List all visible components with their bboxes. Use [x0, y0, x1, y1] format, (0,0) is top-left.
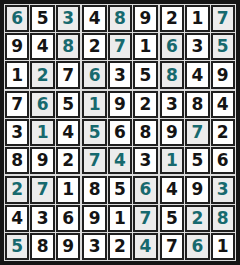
cell-r9c3[interactable]: 9: [56, 233, 80, 260]
cell-r7c6[interactable]: 6: [133, 176, 157, 203]
cell-r2c7[interactable]: 6: [160, 33, 184, 60]
cell-r3c2[interactable]: 2: [30, 61, 54, 88]
cell-r3c1[interactable]: 1: [5, 61, 29, 88]
sudoku-box-3: 217635849: [160, 5, 235, 89]
cell-r7c5[interactable]: 5: [108, 176, 132, 203]
cell-r1c8[interactable]: 1: [185, 5, 209, 32]
cell-r1c5[interactable]: 8: [108, 5, 132, 32]
cell-r9c4[interactable]: 3: [82, 233, 106, 260]
cell-r8c2[interactable]: 3: [30, 205, 54, 232]
cell-r3c6[interactable]: 5: [133, 61, 157, 88]
cell-r7c2[interactable]: 7: [30, 176, 54, 203]
cell-r2c6[interactable]: 1: [133, 33, 157, 60]
cell-r1c2[interactable]: 5: [30, 5, 54, 32]
sudoku-box-9: 493528761: [160, 176, 235, 260]
cell-r5c1[interactable]: 3: [5, 119, 29, 146]
cell-r7c9[interactable]: 3: [211, 176, 235, 203]
cell-r3c3[interactable]: 7: [56, 61, 80, 88]
cell-r9c2[interactable]: 8: [30, 233, 54, 260]
cell-r1c7[interactable]: 2: [160, 5, 184, 32]
cell-r2c2[interactable]: 4: [30, 33, 54, 60]
cell-r1c4[interactable]: 4: [82, 5, 106, 32]
cell-r8c9[interactable]: 8: [211, 205, 235, 232]
cell-r8c4[interactable]: 9: [82, 205, 106, 232]
cell-r8c5[interactable]: 1: [108, 205, 132, 232]
cell-r3c8[interactable]: 4: [185, 61, 209, 88]
cell-r6c6[interactable]: 3: [133, 147, 157, 174]
cell-r8c7[interactable]: 5: [160, 205, 184, 232]
cell-r8c1[interactable]: 4: [5, 205, 29, 232]
cell-r7c4[interactable]: 8: [82, 176, 106, 203]
cell-r4c1[interactable]: 7: [5, 91, 29, 118]
cell-r9c8[interactable]: 6: [185, 233, 209, 260]
cell-r8c3[interactable]: 6: [56, 205, 80, 232]
sudoku-box-8: 856917324: [82, 176, 157, 260]
cell-r7c3[interactable]: 1: [56, 176, 80, 203]
sudoku-board: 6539481274892716352176358497653148921925…: [0, 0, 240, 265]
cell-r6c8[interactable]: 5: [185, 147, 209, 174]
cell-r5c5[interactable]: 6: [108, 119, 132, 146]
cell-r4c4[interactable]: 1: [82, 91, 106, 118]
cell-r1c9[interactable]: 7: [211, 5, 235, 32]
cell-r5c3[interactable]: 4: [56, 119, 80, 146]
sudoku-box-4: 765314892: [5, 91, 80, 175]
cell-r4c2[interactable]: 6: [30, 91, 54, 118]
cell-r5c9[interactable]: 2: [211, 119, 235, 146]
cell-r6c3[interactable]: 2: [56, 147, 80, 174]
cell-r9c1[interactable]: 5: [5, 233, 29, 260]
sudoku-box-6: 384972156: [160, 91, 235, 175]
cell-r5c4[interactable]: 5: [82, 119, 106, 146]
cell-r2c3[interactable]: 8: [56, 33, 80, 60]
cell-r1c6[interactable]: 9: [133, 5, 157, 32]
cell-r4c9[interactable]: 4: [211, 91, 235, 118]
cell-r5c8[interactable]: 7: [185, 119, 209, 146]
cell-r7c8[interactable]: 9: [185, 176, 209, 203]
cell-r3c5[interactable]: 3: [108, 61, 132, 88]
cell-r6c5[interactable]: 4: [108, 147, 132, 174]
cell-r6c2[interactable]: 9: [30, 147, 54, 174]
cell-r9c9[interactable]: 1: [211, 233, 235, 260]
cell-r3c7[interactable]: 8: [160, 61, 184, 88]
cell-r4c5[interactable]: 9: [108, 91, 132, 118]
cell-r1c3[interactable]: 3: [56, 5, 80, 32]
sudoku-box-5: 192568743: [82, 91, 157, 175]
cell-r2c4[interactable]: 2: [82, 33, 106, 60]
cell-r2c5[interactable]: 7: [108, 33, 132, 60]
sudoku-box-2: 489271635: [82, 5, 157, 89]
cell-r4c3[interactable]: 5: [56, 91, 80, 118]
cell-r1c1[interactable]: 6: [5, 5, 29, 32]
cell-r2c1[interactable]: 9: [5, 33, 29, 60]
cell-r9c6[interactable]: 4: [133, 233, 157, 260]
cell-r5c7[interactable]: 9: [160, 119, 184, 146]
cell-r7c1[interactable]: 2: [5, 176, 29, 203]
cell-r2c9[interactable]: 5: [211, 33, 235, 60]
sudoku-box-7: 271436589: [5, 176, 80, 260]
cell-r6c4[interactable]: 7: [82, 147, 106, 174]
cell-r6c7[interactable]: 1: [160, 147, 184, 174]
cell-r5c6[interactable]: 8: [133, 119, 157, 146]
cell-r3c4[interactable]: 6: [82, 61, 106, 88]
cell-r2c8[interactable]: 3: [185, 33, 209, 60]
cell-r8c6[interactable]: 7: [133, 205, 157, 232]
cell-r5c2[interactable]: 1: [30, 119, 54, 146]
cell-r8c8[interactable]: 2: [185, 205, 209, 232]
cell-r9c5[interactable]: 2: [108, 233, 132, 260]
cell-r6c1[interactable]: 8: [5, 147, 29, 174]
sudoku-box-1: 653948127: [5, 5, 80, 89]
cell-r4c6[interactable]: 2: [133, 91, 157, 118]
cell-r7c7[interactable]: 4: [160, 176, 184, 203]
cell-r3c9[interactable]: 9: [211, 61, 235, 88]
cell-r6c9[interactable]: 6: [211, 147, 235, 174]
cell-r9c7[interactable]: 7: [160, 233, 184, 260]
cell-r4c8[interactable]: 8: [185, 91, 209, 118]
cell-r4c7[interactable]: 3: [160, 91, 184, 118]
